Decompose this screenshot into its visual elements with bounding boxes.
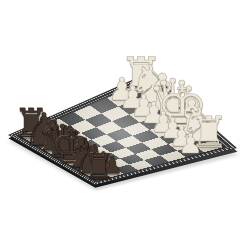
chess-board (8, 72, 237, 185)
chess-set-photo: ♜♞♝♛♚♝♞♜♟♟♟♟♟♟♟♟♟♟♟♟♟♟♟♟♜♞♝♛♚♝♞♜ (0, 0, 240, 240)
